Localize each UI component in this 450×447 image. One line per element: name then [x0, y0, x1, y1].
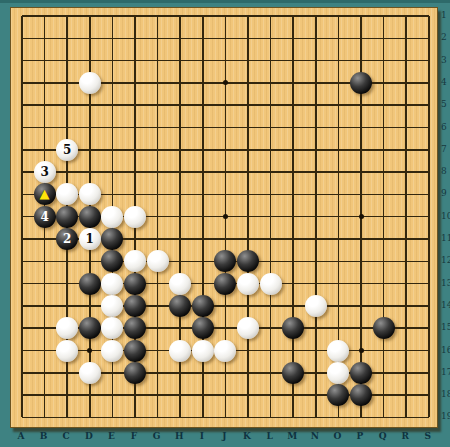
row-label-13: 13	[441, 278, 450, 288]
stone-black-d10[interactable]	[79, 206, 101, 228]
row-label-7: 7	[441, 144, 450, 154]
stone-black-c11[interactable]: 2	[56, 228, 78, 250]
move-number: 4	[40, 211, 48, 223]
stone-white-f10[interactable]	[124, 206, 146, 228]
row-label-2: 2	[441, 32, 450, 42]
row-label-1: 1	[441, 10, 450, 20]
stone-white-c7[interactable]: 5	[56, 139, 78, 161]
col-label-c: C	[59, 431, 73, 441]
star-point-j4	[223, 80, 228, 85]
stone-white-e10[interactable]	[101, 206, 123, 228]
col-label-f: F	[127, 431, 141, 441]
grid-line-vertical	[405, 16, 407, 417]
stone-white-d9[interactable]	[79, 183, 101, 205]
stone-white-o17[interactable]	[327, 362, 349, 384]
stone-black-p17[interactable]	[350, 362, 372, 384]
row-label-15: 15	[441, 322, 450, 332]
stone-black-i15[interactable]	[192, 317, 214, 339]
stone-white-c9[interactable]	[56, 183, 78, 205]
move-number: 2	[63, 233, 71, 245]
star-point-p10	[359, 214, 364, 219]
stone-black-f16[interactable]	[124, 340, 146, 362]
stone-black-b9[interactable]: ▲	[34, 183, 56, 205]
col-label-l: L	[263, 431, 277, 441]
stone-white-o16[interactable]	[327, 340, 349, 362]
grid-line-horizontal	[22, 305, 429, 307]
stone-black-h14[interactable]	[169, 295, 191, 317]
stone-black-f15[interactable]	[124, 317, 146, 339]
stone-white-f12[interactable]	[124, 250, 146, 272]
stone-white-d4[interactable]	[79, 72, 101, 94]
stone-white-b8[interactable]: 3	[34, 161, 56, 183]
stone-black-e12[interactable]	[101, 250, 123, 272]
col-label-m: M	[285, 431, 299, 441]
star-point-d16	[87, 348, 92, 353]
stone-black-f13[interactable]	[124, 273, 146, 295]
stone-black-f17[interactable]	[124, 362, 146, 384]
stone-black-e11[interactable]	[101, 228, 123, 250]
stone-white-e15[interactable]	[101, 317, 123, 339]
go-board-screenshot: 53▲421 ABCDEFGHIJKLMNOPQRS 1234567891011…	[0, 0, 450, 447]
col-label-r: R	[398, 431, 412, 441]
col-label-n: N	[308, 431, 322, 441]
stone-white-k13[interactable]	[237, 273, 259, 295]
row-label-5: 5	[441, 99, 450, 109]
stone-white-i16[interactable]	[192, 340, 214, 362]
row-label-6: 6	[441, 122, 450, 132]
stone-white-g12[interactable]	[147, 250, 169, 272]
stone-black-d15[interactable]	[79, 317, 101, 339]
grid-line-vertical	[428, 16, 430, 417]
row-label-8: 8	[441, 166, 450, 176]
stone-black-m17[interactable]	[282, 362, 304, 384]
move-number: 5	[63, 144, 71, 156]
col-label-b: B	[37, 431, 51, 441]
col-label-k: K	[240, 431, 254, 441]
row-label-3: 3	[441, 55, 450, 65]
grid-line-vertical	[383, 16, 385, 417]
row-label-4: 4	[441, 77, 450, 87]
move-number: 3	[40, 166, 48, 178]
star-point-j10	[223, 214, 228, 219]
grid-line-vertical	[270, 16, 272, 417]
row-label-17: 17	[441, 367, 450, 377]
col-label-a: A	[14, 431, 28, 441]
frame-top-shade	[0, 0, 450, 3]
stone-white-e13[interactable]	[101, 273, 123, 295]
stone-white-e14[interactable]	[101, 295, 123, 317]
star-point-p16	[359, 348, 364, 353]
stone-white-h13[interactable]	[169, 273, 191, 295]
col-label-d: D	[82, 431, 96, 441]
col-label-j: J	[217, 431, 231, 441]
stone-black-j13[interactable]	[214, 273, 236, 295]
row-label-19: 19	[441, 411, 450, 421]
stone-white-d17[interactable]	[79, 362, 101, 384]
grid-line-vertical	[315, 16, 317, 417]
stone-black-d13[interactable]	[79, 273, 101, 295]
stone-black-i14[interactable]	[192, 295, 214, 317]
grid-line-vertical	[292, 16, 294, 417]
stone-white-h16[interactable]	[169, 340, 191, 362]
row-label-18: 18	[441, 389, 450, 399]
stone-white-c16[interactable]	[56, 340, 78, 362]
row-label-11: 11	[441, 233, 450, 243]
stone-black-b10[interactable]: 4	[34, 206, 56, 228]
col-label-g: G	[150, 431, 164, 441]
goban[interactable]: 53▲421	[10, 7, 438, 428]
row-label-14: 14	[441, 300, 450, 310]
stone-black-j12[interactable]	[214, 250, 236, 272]
stone-black-p4[interactable]	[350, 72, 372, 94]
grid-line-horizontal	[22, 417, 429, 419]
stone-white-k15[interactable]	[237, 317, 259, 339]
col-label-s: S	[421, 431, 435, 441]
stone-black-o18[interactable]	[327, 384, 349, 406]
stone-black-q15[interactable]	[373, 317, 395, 339]
row-label-16: 16	[441, 345, 450, 355]
stone-black-p18[interactable]	[350, 384, 372, 406]
triangle-marker-icon: ▲	[40, 187, 50, 200]
row-label-12: 12	[441, 255, 450, 265]
col-label-e: E	[104, 431, 118, 441]
stone-black-f14[interactable]	[124, 295, 146, 317]
stone-white-j16[interactable]	[214, 340, 236, 362]
stone-white-e16[interactable]	[101, 340, 123, 362]
grid-line-vertical	[247, 16, 249, 417]
row-label-10: 10	[441, 211, 450, 221]
move-number: 1	[86, 233, 94, 245]
col-label-h: H	[172, 431, 186, 441]
stone-white-c15[interactable]	[56, 317, 78, 339]
row-label-9: 9	[441, 188, 450, 198]
stone-black-k12[interactable]	[237, 250, 259, 272]
stone-black-c10[interactable]	[56, 206, 78, 228]
stone-black-m15[interactable]	[282, 317, 304, 339]
stone-white-l13[interactable]	[260, 273, 282, 295]
col-label-p: P	[353, 431, 367, 441]
col-label-o: O	[330, 431, 344, 441]
stone-white-d11[interactable]: 1	[79, 228, 101, 250]
col-label-i: I	[195, 431, 209, 441]
col-label-q: Q	[376, 431, 390, 441]
stone-white-n14[interactable]	[305, 295, 327, 317]
